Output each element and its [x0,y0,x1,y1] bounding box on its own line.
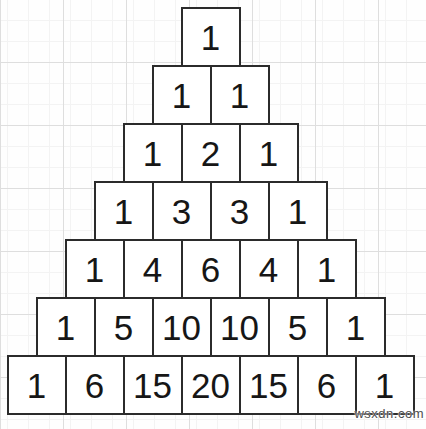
pyramid-cell-r2c1: 1 [152,65,212,125]
pyramid-cell-r7c6: 6 [297,355,357,415]
pyramid-row-2: 11 [0,65,421,125]
pyramid-cell-r7c5: 15 [239,355,299,415]
pyramid-cell-r6c1: 1 [36,297,96,357]
pyramid-cell-r5c4: 4 [239,239,299,299]
pyramid-cell-r6c4: 10 [210,297,270,357]
worksheet-grid-background: 111121133114641151010511615201561 wsxdn.… [0,0,426,429]
pyramid-cell-r3c2: 2 [181,123,241,183]
pyramid-cell-r7c1: 1 [7,355,67,415]
pyramid-row-5: 14641 [0,239,421,299]
pyramid-cell-r4c1: 1 [94,181,154,241]
pyramid-cell-r2c2: 1 [210,65,270,125]
pyramid-cell-r3c1: 1 [123,123,183,183]
pyramid-row-1: 1 [0,7,421,67]
pyramid-cell-r6c6: 1 [326,297,386,357]
pyramid-cell-r6c3: 10 [152,297,212,357]
watermark: wsxdn.com [354,406,424,421]
pyramid-cell-r5c5: 1 [297,239,357,299]
pascals-triangle-board: 111121133114641151010511615201561 [0,7,421,415]
pyramid-cell-r5c1: 1 [65,239,125,299]
pyramid-cell-r7c4: 20 [181,355,241,415]
pyramid-cell-r6c2: 5 [94,297,154,357]
pyramid-cell-r4c2: 3 [152,181,212,241]
pyramid-cell-r5c2: 4 [123,239,183,299]
pyramid-cell-r1c1: 1 [181,7,241,67]
pyramid-cell-r4c3: 3 [210,181,270,241]
pyramid-row-3: 121 [0,123,421,183]
pyramid-cell-r7c3: 15 [123,355,183,415]
pyramid-cell-r6c5: 5 [268,297,328,357]
pyramid-cell-r5c3: 6 [181,239,241,299]
pyramid-row-4: 1331 [0,181,421,241]
pyramid-cell-r7c2: 6 [65,355,125,415]
pyramid-row-6: 15101051 [0,297,421,357]
pyramid-cell-r4c4: 1 [268,181,328,241]
pyramid-cell-r3c3: 1 [239,123,299,183]
